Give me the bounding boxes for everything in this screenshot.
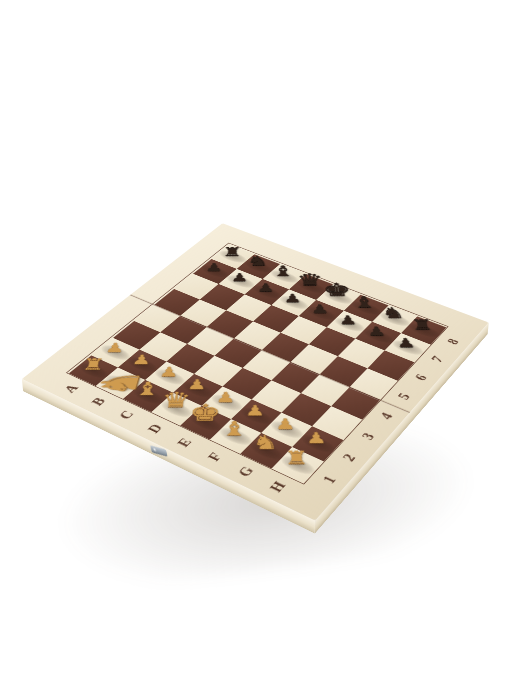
rank-label-8: 8: [445, 337, 462, 346]
black-pawn-glyph: ♟: [332, 314, 364, 325]
rank-label-6: 6: [412, 373, 429, 383]
black-pawn-glyph: ♟: [225, 272, 255, 282]
rank-label-1: 1: [320, 474, 339, 486]
file-label-b: B: [89, 396, 108, 408]
photo-scene: ABCDEFGH 12345678 ♜♞♝♛♚♝♞♜♟♟♟♟♟♟♟♟♟♟♟♟♟♟…: [0, 0, 525, 700]
black-pawn-glyph: ♟: [251, 282, 281, 292]
rank-label-5: 5: [395, 391, 413, 401]
file-label-e: E: [175, 436, 195, 448]
black-pawn-glyph: ♟: [199, 262, 229, 272]
file-label-h: H: [267, 480, 289, 495]
file-label-a: A: [62, 383, 81, 395]
white-pawn-glyph: ♟: [98, 342, 132, 354]
file-label-d: D: [145, 422, 165, 435]
metal-clasp: [150, 445, 168, 457]
chess-board: ABCDEFGH 12345678 ♜♞♝♛♚♝♞♜♟♟♟♟♟♟♟♟♟♟♟♟♟♟…: [22, 223, 489, 520]
black-pawn-glyph: ♟: [304, 304, 336, 315]
black-pawn-glyph: ♟: [277, 293, 308, 304]
file-label-c: C: [116, 409, 136, 421]
file-label-f: F: [205, 451, 224, 463]
rank-label-7: 7: [429, 355, 446, 364]
black-pawn-glyph: ♟: [360, 326, 393, 337]
black-rook-glyph: ♜: [405, 318, 439, 331]
rank-label-3: 3: [359, 431, 377, 442]
rank-label-2: 2: [340, 452, 359, 463]
rank-label-4: 4: [377, 411, 395, 421]
product-photo-folding-wooden-chess-set: { "game": "chess", "scene": "angled over…: [0, 0, 525, 700]
file-label-g: G: [235, 465, 256, 479]
black-pawn-glyph: ♟: [389, 337, 423, 349]
